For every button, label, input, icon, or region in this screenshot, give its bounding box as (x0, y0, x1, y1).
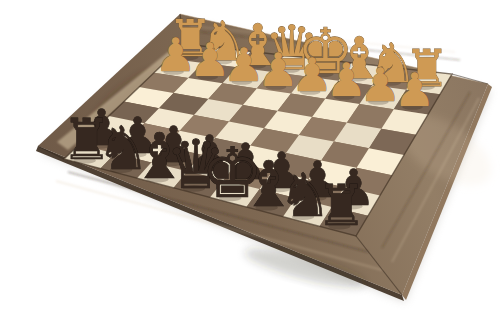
piece-black-rook: ♜ (316, 173, 366, 238)
chess-board: ♜♞♝♛♚♝♞♜♟♟♟♟♟♟♟♟♟♟♟♟♟♟♟♟♜♞♝♛♚♝♞♜ (0, 0, 500, 311)
piece-white-pawn: ♟ (394, 63, 436, 117)
chess-set-photo: ♜♞♝♛♚♝♞♜♟♟♟♟♟♟♟♟♟♟♟♟♟♟♟♟♜♞♝♛♚♝♞♜ (0, 0, 500, 311)
